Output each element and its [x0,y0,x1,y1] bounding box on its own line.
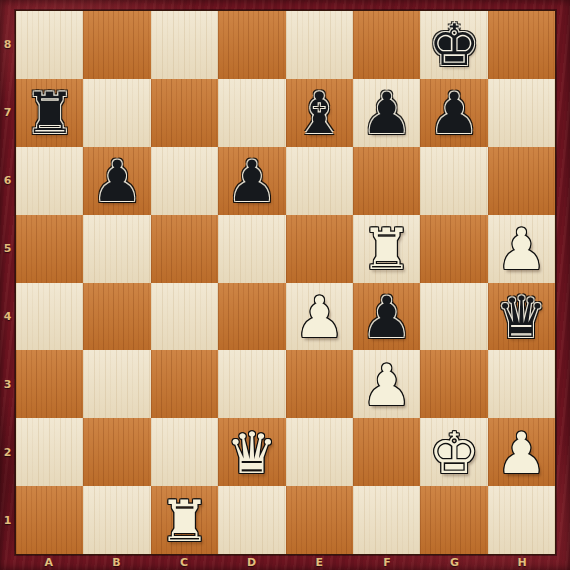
chess-board-frame: ♚♜♝♟♟♟♟♜♟♟♟♛♟♛♚♟♜ 87654321 ABCDEFGH [0,0,570,570]
piece-white-pawn-h2[interactable]: ♟ [496,425,547,482]
square-b7[interactable] [83,79,150,147]
square-a2[interactable] [16,418,83,486]
square-h5[interactable]: ♟ [488,215,555,283]
square-e6[interactable] [286,147,353,215]
square-b6[interactable]: ♟ [83,147,150,215]
file-label-d: D [218,555,286,570]
square-d7[interactable] [218,79,285,147]
square-f3[interactable]: ♟ [353,350,420,418]
square-a6[interactable] [16,147,83,215]
square-b3[interactable] [83,350,150,418]
square-d3[interactable] [218,350,285,418]
piece-black-queen-h4[interactable]: ♛ [496,289,547,346]
file-label-a: A [15,555,83,570]
square-a3[interactable] [16,350,83,418]
square-c8[interactable] [151,11,218,79]
rank-label-3: 3 [0,351,15,419]
square-h3[interactable] [488,350,555,418]
square-a7[interactable]: ♜ [16,79,83,147]
rank-labels: 87654321 [0,10,15,555]
square-h2[interactable]: ♟ [488,418,555,486]
square-e5[interactable] [286,215,353,283]
rank-label-2: 2 [0,419,15,487]
square-g5[interactable] [420,215,487,283]
square-f6[interactable] [353,147,420,215]
square-d2[interactable]: ♛ [218,418,285,486]
square-h8[interactable] [488,11,555,79]
rank-label-7: 7 [0,78,15,146]
rank-label-5: 5 [0,214,15,282]
rank-label-6: 6 [0,146,15,214]
square-e3[interactable] [286,350,353,418]
square-b5[interactable] [83,215,150,283]
square-e1[interactable] [286,486,353,554]
square-d8[interactable] [218,11,285,79]
square-h6[interactable] [488,147,555,215]
square-a8[interactable] [16,11,83,79]
square-g2[interactable]: ♚ [420,418,487,486]
piece-white-pawn-e4[interactable]: ♟ [294,289,345,346]
piece-black-pawn-f4[interactable]: ♟ [361,289,412,346]
square-f1[interactable] [353,486,420,554]
file-label-h: H [488,555,556,570]
square-a5[interactable] [16,215,83,283]
rank-label-4: 4 [0,283,15,351]
piece-white-rook-f5[interactable]: ♜ [361,221,412,278]
square-b8[interactable] [83,11,150,79]
square-c4[interactable] [151,283,218,351]
square-c5[interactable] [151,215,218,283]
piece-black-bishop-e7[interactable]: ♝ [294,85,345,142]
square-f7[interactable]: ♟ [353,79,420,147]
file-label-g: G [421,555,489,570]
piece-black-king-g8[interactable]: ♚ [428,17,479,74]
chess-board: ♚♜♝♟♟♟♟♜♟♟♟♛♟♛♚♟♜ [15,10,556,555]
piece-white-king-g2[interactable]: ♚ [428,425,479,482]
piece-black-rook-a7[interactable]: ♜ [24,85,75,142]
square-g8[interactable]: ♚ [420,11,487,79]
square-c3[interactable] [151,350,218,418]
square-b1[interactable] [83,486,150,554]
piece-white-queen-d2[interactable]: ♛ [226,425,277,482]
square-f8[interactable] [353,11,420,79]
square-f4[interactable]: ♟ [353,283,420,351]
piece-black-pawn-d6[interactable]: ♟ [226,153,277,210]
square-e2[interactable] [286,418,353,486]
square-e4[interactable]: ♟ [286,283,353,351]
square-d6[interactable]: ♟ [218,147,285,215]
square-c7[interactable] [151,79,218,147]
file-label-f: F [353,555,421,570]
square-g4[interactable] [420,283,487,351]
square-e7[interactable]: ♝ [286,79,353,147]
piece-white-pawn-h5[interactable]: ♟ [496,221,547,278]
square-g7[interactable]: ♟ [420,79,487,147]
square-d4[interactable] [218,283,285,351]
file-label-b: B [83,555,151,570]
file-label-e: E [286,555,354,570]
square-f2[interactable] [353,418,420,486]
square-b4[interactable] [83,283,150,351]
square-e8[interactable] [286,11,353,79]
piece-white-pawn-f3[interactable]: ♟ [361,357,412,414]
square-c1[interactable]: ♜ [151,486,218,554]
file-label-c: C [150,555,218,570]
rank-label-1: 1 [0,487,15,555]
square-c2[interactable] [151,418,218,486]
piece-black-pawn-f7[interactable]: ♟ [361,85,412,142]
piece-white-rook-c1[interactable]: ♜ [159,493,210,550]
square-g1[interactable] [420,486,487,554]
square-h7[interactable] [488,79,555,147]
square-f5[interactable]: ♜ [353,215,420,283]
square-d1[interactable] [218,486,285,554]
piece-black-pawn-b6[interactable]: ♟ [92,153,143,210]
square-h4[interactable]: ♛ [488,283,555,351]
piece-black-pawn-g7[interactable]: ♟ [428,85,479,142]
square-g6[interactable] [420,147,487,215]
square-d5[interactable] [218,215,285,283]
square-a1[interactable] [16,486,83,554]
square-a4[interactable] [16,283,83,351]
square-g3[interactable] [420,350,487,418]
square-b2[interactable] [83,418,150,486]
square-c6[interactable] [151,147,218,215]
rank-label-8: 8 [0,10,15,78]
square-h1[interactable] [488,486,555,554]
file-labels: ABCDEFGH [15,555,556,570]
